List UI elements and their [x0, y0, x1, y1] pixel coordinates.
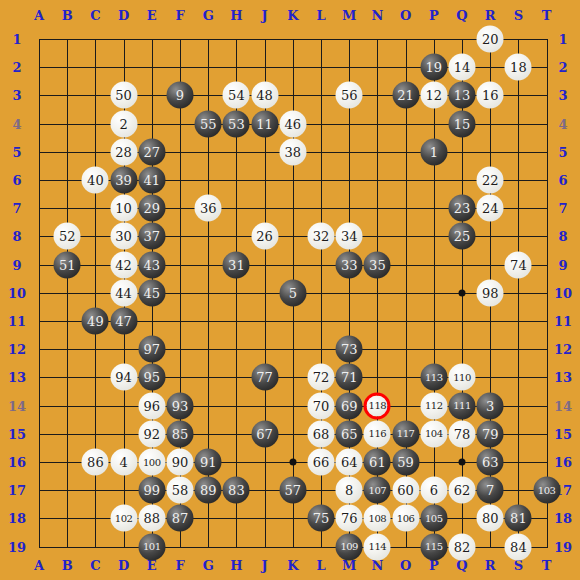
- move-number: 64: [341, 456, 358, 469]
- white-stone-46[interactable]: 46: [279, 110, 306, 137]
- white-stone-96[interactable]: 96: [138, 392, 165, 419]
- column-label-bottom: H: [230, 558, 242, 573]
- move-number: 38: [285, 145, 302, 158]
- white-stone-104[interactable]: 104: [420, 420, 447, 447]
- move-number: 85: [172, 427, 189, 440]
- hoshi-point: [289, 459, 296, 466]
- move-number: 54: [228, 89, 245, 102]
- black-stone-107[interactable]: 107: [364, 477, 391, 504]
- row-label-right: 8: [558, 229, 567, 244]
- black-stone-37[interactable]: 37: [138, 223, 165, 250]
- column-label-top: O: [400, 7, 411, 22]
- white-stone-76[interactable]: 76: [336, 505, 363, 532]
- row-label-left: 19: [8, 539, 26, 554]
- column-label-top: D: [118, 7, 129, 22]
- move-number: 69: [341, 399, 358, 412]
- column-label-bottom: D: [118, 558, 129, 573]
- black-stone-97[interactable]: 97: [138, 336, 165, 363]
- move-number: 61: [369, 456, 386, 469]
- move-number: 79: [482, 427, 499, 440]
- row-label-left: 6: [12, 173, 21, 188]
- column-label-top: P: [429, 7, 439, 22]
- move-number: 99: [144, 484, 161, 497]
- move-number: 101: [143, 542, 161, 552]
- column-label-bottom: B: [62, 558, 73, 573]
- white-stone-44[interactable]: 44: [110, 279, 137, 306]
- black-stone-99[interactable]: 99: [138, 477, 165, 504]
- move-number: 55: [200, 117, 217, 130]
- column-label-top: C: [90, 7, 100, 22]
- move-number: 50: [115, 89, 132, 102]
- move-number: 102: [115, 513, 133, 523]
- move-number: 100: [143, 457, 161, 467]
- white-stone-40[interactable]: 40: [82, 167, 109, 194]
- white-stone-6[interactable]: 6: [420, 477, 447, 504]
- move-number: 59: [397, 456, 414, 469]
- move-number: 63: [482, 456, 499, 469]
- white-stone-90[interactable]: 90: [167, 449, 194, 476]
- move-number: 25: [454, 230, 471, 243]
- column-label-bottom: K: [287, 558, 298, 573]
- move-number: 29: [144, 202, 161, 215]
- black-stone-19[interactable]: 19: [420, 54, 447, 81]
- move-number: 73: [341, 343, 358, 356]
- move-number: 16: [482, 89, 499, 102]
- white-stone-30[interactable]: 30: [110, 223, 137, 250]
- white-stone-62[interactable]: 62: [449, 477, 476, 504]
- black-stone-73[interactable]: 73: [336, 336, 363, 363]
- white-stone-14[interactable]: 14: [449, 54, 476, 81]
- white-stone-16[interactable]: 16: [477, 82, 504, 109]
- black-stone-59[interactable]: 59: [392, 449, 419, 476]
- white-stone-92[interactable]: 92: [138, 420, 165, 447]
- row-label-right: 16: [554, 455, 572, 470]
- move-number: 42: [115, 258, 132, 271]
- white-stone-54[interactable]: 54: [223, 82, 250, 109]
- white-stone-24[interactable]: 24: [477, 195, 504, 222]
- move-number: 71: [341, 371, 358, 384]
- move-number: 113: [425, 372, 443, 382]
- black-stone-7[interactable]: 7: [477, 477, 504, 504]
- move-number: 49: [87, 315, 104, 328]
- move-number: 12: [426, 89, 443, 102]
- move-number: 2: [119, 117, 127, 130]
- black-stone-5[interactable]: 5: [279, 279, 306, 306]
- white-stone-100[interactable]: 100: [138, 449, 165, 476]
- black-stone-27[interactable]: 27: [138, 138, 165, 165]
- row-label-left: 12: [8, 342, 26, 357]
- column-label-top: F: [175, 7, 184, 22]
- go-board[interactable]: AABBCCDDEEFFGGHHJJKKLLMMNNOOPPQQRRSSTT11…: [0, 0, 580, 580]
- move-number: 60: [397, 484, 414, 497]
- black-stone-101[interactable]: 101: [138, 533, 165, 560]
- move-number: 103: [538, 485, 556, 495]
- move-number: 46: [285, 117, 302, 130]
- move-number: 97: [144, 343, 161, 356]
- black-stone-83[interactable]: 83: [223, 477, 250, 504]
- column-label-top: B: [62, 7, 73, 22]
- move-number: 19: [426, 61, 443, 74]
- black-stone-71[interactable]: 71: [336, 364, 363, 391]
- black-stone-11[interactable]: 11: [251, 110, 278, 137]
- white-stone-72[interactable]: 72: [308, 364, 335, 391]
- move-number: 83: [228, 484, 245, 497]
- move-number: 13: [454, 89, 471, 102]
- move-number: 37: [144, 230, 161, 243]
- white-stone-22[interactable]: 22: [477, 167, 504, 194]
- move-number: 84: [510, 540, 527, 553]
- move-number: 107: [369, 485, 387, 495]
- white-stone-38[interactable]: 38: [279, 138, 306, 165]
- row-label-left: 5: [12, 144, 21, 159]
- move-number: 86: [87, 456, 104, 469]
- white-stone-88[interactable]: 88: [138, 505, 165, 532]
- move-number: 74: [510, 258, 527, 271]
- row-label-right: 13: [554, 370, 572, 385]
- column-label-top: R: [485, 7, 496, 22]
- move-number: 87: [172, 512, 189, 525]
- column-label-top: M: [342, 7, 356, 22]
- move-number: 11: [256, 117, 273, 130]
- black-stone-49[interactable]: 49: [82, 308, 109, 335]
- black-stone-95[interactable]: 95: [138, 364, 165, 391]
- black-stone-31[interactable]: 31: [223, 251, 250, 278]
- black-stone-111[interactable]: 111: [449, 392, 476, 419]
- white-stone-60[interactable]: 60: [392, 477, 419, 504]
- black-stone-9[interactable]: 9: [167, 82, 194, 109]
- black-stone-79[interactable]: 79: [477, 420, 504, 447]
- column-label-top: G: [203, 7, 214, 22]
- move-number: 111: [453, 401, 471, 411]
- white-stone-34[interactable]: 34: [336, 223, 363, 250]
- column-label-bottom: A: [34, 558, 44, 573]
- move-number: 106: [397, 513, 415, 523]
- black-stone-33[interactable]: 33: [336, 251, 363, 278]
- move-number: 70: [313, 399, 330, 412]
- move-number: 20: [482, 33, 499, 46]
- row-label-left: 3: [12, 88, 21, 103]
- move-number: 109: [340, 542, 358, 552]
- column-label-bottom: R: [485, 558, 496, 573]
- move-number: 10: [115, 202, 132, 215]
- white-stone-48[interactable]: 48: [251, 82, 278, 109]
- move-number: 41: [144, 174, 161, 187]
- move-number: 5: [289, 286, 297, 299]
- move-number: 31: [228, 258, 245, 271]
- white-stone-10[interactable]: 10: [110, 195, 137, 222]
- black-stone-47[interactable]: 47: [110, 308, 137, 335]
- move-number: 82: [454, 540, 471, 553]
- move-number: 6: [430, 484, 438, 497]
- row-label-left: 7: [12, 201, 21, 216]
- move-number: 43: [144, 258, 161, 271]
- white-stone-32[interactable]: 32: [308, 223, 335, 250]
- white-stone-42[interactable]: 42: [110, 251, 137, 278]
- column-label-top: J: [262, 7, 268, 22]
- row-label-left: 11: [8, 314, 26, 329]
- black-stone-117[interactable]: 117: [392, 420, 419, 447]
- move-number: 22: [482, 174, 499, 187]
- move-number: 28: [115, 145, 132, 158]
- white-stone-74[interactable]: 74: [505, 251, 532, 278]
- move-number: 32: [313, 230, 330, 243]
- row-label-left: 17: [8, 483, 26, 498]
- column-label-bottom: C: [90, 558, 100, 573]
- white-stone-106[interactable]: 106: [392, 505, 419, 532]
- move-number: 78: [454, 427, 471, 440]
- column-label-bottom: F: [175, 558, 184, 573]
- row-label-left: 4: [12, 116, 21, 131]
- move-number: 23: [454, 202, 471, 215]
- row-label-left: 18: [8, 511, 26, 526]
- row-label-right: 19: [554, 539, 572, 554]
- row-label-right: 4: [558, 116, 567, 131]
- move-number: 108: [369, 513, 387, 523]
- row-label-right: 10: [554, 285, 572, 300]
- move-number: 8: [345, 484, 353, 497]
- black-stone-25[interactable]: 25: [449, 223, 476, 250]
- move-number: 21: [397, 89, 414, 102]
- grid-line-horizontal: [39, 349, 548, 350]
- row-label-right: 14: [554, 398, 572, 413]
- white-stone-108[interactable]: 108: [364, 505, 391, 532]
- row-label-right: 15: [554, 426, 572, 441]
- white-stone-18[interactable]: 18: [505, 54, 532, 81]
- move-number: 48: [256, 89, 273, 102]
- move-number: 95: [144, 371, 161, 384]
- row-label-right: 11: [554, 314, 572, 329]
- move-number: 40: [87, 174, 104, 187]
- row-label-left: 13: [8, 370, 26, 385]
- white-stone-94[interactable]: 94: [110, 364, 137, 391]
- white-stone-52[interactable]: 52: [54, 223, 81, 250]
- move-number: 76: [341, 512, 358, 525]
- white-stone-110[interactable]: 110: [449, 364, 476, 391]
- white-stone-68[interactable]: 68: [308, 420, 335, 447]
- column-label-top: N: [371, 7, 383, 22]
- column-label-bottom: L: [316, 558, 325, 573]
- white-stone-4[interactable]: 4: [110, 449, 137, 476]
- move-number: 98: [482, 286, 499, 299]
- column-label-top: A: [34, 7, 44, 22]
- move-number: 7: [486, 484, 494, 497]
- black-stone-35[interactable]: 35: [364, 251, 391, 278]
- move-number: 88: [144, 512, 161, 525]
- column-label-top: T: [542, 7, 552, 22]
- move-number: 57: [285, 484, 302, 497]
- white-stone-50[interactable]: 50: [110, 82, 137, 109]
- move-number: 56: [341, 89, 358, 102]
- row-label-right: 2: [558, 60, 567, 75]
- column-label-bottom: J: [262, 558, 268, 573]
- black-stone-85[interactable]: 85: [167, 420, 194, 447]
- row-label-right: 1: [558, 32, 567, 47]
- move-number: 44: [115, 286, 132, 299]
- white-stone-2[interactable]: 2: [110, 110, 137, 137]
- move-number: 3: [486, 399, 494, 412]
- white-stone-56[interactable]: 56: [336, 82, 363, 109]
- move-number: 114: [369, 542, 387, 552]
- row-label-left: 2: [12, 60, 21, 75]
- white-stone-114[interactable]: 114: [364, 533, 391, 560]
- black-stone-53[interactable]: 53: [223, 110, 250, 137]
- white-stone-58[interactable]: 58: [167, 477, 194, 504]
- row-label-left: 9: [12, 257, 21, 272]
- black-stone-57[interactable]: 57: [279, 477, 306, 504]
- move-number: 35: [369, 258, 386, 271]
- row-label-right: 3: [558, 88, 567, 103]
- move-number: 14: [454, 61, 471, 74]
- move-number: 53: [228, 117, 245, 130]
- black-stone-113[interactable]: 113: [420, 364, 447, 391]
- grid-line-vertical: [547, 39, 548, 548]
- move-number: 58: [172, 484, 189, 497]
- column-label-bottom: O: [400, 558, 411, 573]
- white-stone-78[interactable]: 78: [449, 420, 476, 447]
- black-stone-103[interactable]: 103: [533, 477, 560, 504]
- black-stone-43[interactable]: 43: [138, 251, 165, 278]
- column-label-top: E: [147, 7, 157, 22]
- row-label-left: 16: [8, 455, 26, 470]
- white-stone-80[interactable]: 80: [477, 505, 504, 532]
- move-number: 115: [425, 542, 443, 552]
- move-number: 67: [256, 427, 273, 440]
- move-number: 51: [59, 258, 76, 271]
- black-stone-87[interactable]: 87: [167, 505, 194, 532]
- white-stone-64[interactable]: 64: [336, 449, 363, 476]
- row-label-left: 15: [8, 426, 26, 441]
- black-stone-115[interactable]: 115: [420, 533, 447, 560]
- white-stone-98[interactable]: 98: [477, 279, 504, 306]
- move-number: 30: [115, 230, 132, 243]
- white-stone-66[interactable]: 66: [308, 449, 335, 476]
- black-stone-93[interactable]: 93: [167, 392, 194, 419]
- black-stone-39[interactable]: 39: [110, 167, 137, 194]
- move-number: 9: [176, 89, 184, 102]
- column-label-top: L: [316, 7, 325, 22]
- hoshi-point: [459, 289, 466, 296]
- move-number: 72: [313, 371, 330, 384]
- white-stone-112[interactable]: 112: [420, 392, 447, 419]
- black-stone-29[interactable]: 29: [138, 195, 165, 222]
- black-stone-41[interactable]: 41: [138, 167, 165, 194]
- move-number: 118: [369, 401, 387, 411]
- white-stone-28[interactable]: 28: [110, 138, 137, 165]
- move-number: 45: [144, 286, 161, 299]
- column-label-top: H: [230, 7, 242, 22]
- black-stone-3[interactable]: 3: [477, 392, 504, 419]
- black-stone-1[interactable]: 1: [420, 138, 447, 165]
- white-stone-36[interactable]: 36: [195, 195, 222, 222]
- move-number: 52: [59, 230, 76, 243]
- white-stone-82[interactable]: 82: [449, 533, 476, 560]
- move-number: 81: [510, 512, 527, 525]
- move-number: 91: [200, 456, 217, 469]
- move-number: 1: [430, 145, 438, 158]
- black-stone-109[interactable]: 109: [336, 533, 363, 560]
- white-stone-86[interactable]: 86: [82, 449, 109, 476]
- move-number: 68: [313, 427, 330, 440]
- black-stone-61[interactable]: 61: [364, 449, 391, 476]
- move-number: 26: [256, 230, 273, 243]
- move-number: 47: [115, 315, 132, 328]
- column-label-top: S: [514, 7, 523, 22]
- grid-line-vertical: [434, 39, 435, 548]
- black-stone-21[interactable]: 21: [392, 82, 419, 109]
- row-label-left: 14: [8, 398, 26, 413]
- move-number: 65: [341, 427, 358, 440]
- white-stone-116[interactable]: 116: [364, 420, 391, 447]
- black-stone-89[interactable]: 89: [195, 477, 222, 504]
- white-stone-20[interactable]: 20: [477, 26, 504, 53]
- black-stone-91[interactable]: 91: [195, 449, 222, 476]
- black-stone-55[interactable]: 55: [195, 110, 222, 137]
- black-stone-51[interactable]: 51: [54, 251, 81, 278]
- row-label-left: 8: [12, 229, 21, 244]
- black-stone-67[interactable]: 67: [251, 420, 278, 447]
- white-stone-8[interactable]: 8: [336, 477, 363, 504]
- white-stone-12[interactable]: 12: [420, 82, 447, 109]
- black-stone-75[interactable]: 75: [308, 505, 335, 532]
- move-number: 112: [425, 401, 443, 411]
- move-number: 77: [256, 371, 273, 384]
- white-stone-26[interactable]: 26: [251, 223, 278, 250]
- black-stone-65[interactable]: 65: [336, 420, 363, 447]
- row-label-left: 1: [12, 32, 21, 47]
- move-number: 18: [510, 61, 527, 74]
- white-stone-70[interactable]: 70: [308, 392, 335, 419]
- move-number: 80: [482, 512, 499, 525]
- black-stone-105[interactable]: 105: [420, 505, 447, 532]
- row-label-right: 12: [554, 342, 572, 357]
- row-label-right: 9: [558, 257, 567, 272]
- black-stone-63[interactable]: 63: [477, 449, 504, 476]
- black-stone-69[interactable]: 69: [336, 392, 363, 419]
- move-number: 90: [172, 456, 189, 469]
- row-label-right: 6: [558, 173, 567, 188]
- move-number: 117: [397, 429, 415, 439]
- white-stone-102[interactable]: 102: [110, 505, 137, 532]
- move-number: 110: [453, 372, 471, 382]
- move-number: 66: [313, 456, 330, 469]
- column-label-top: Q: [456, 7, 467, 22]
- column-label-top: K: [287, 7, 298, 22]
- move-number: 94: [115, 371, 132, 384]
- move-number: 34: [341, 230, 358, 243]
- move-number: 4: [119, 456, 127, 469]
- row-label-right: 18: [554, 511, 572, 526]
- move-number: 62: [454, 484, 471, 497]
- white-stone-84[interactable]: 84: [505, 533, 532, 560]
- black-stone-15[interactable]: 15: [449, 110, 476, 137]
- black-stone-81[interactable]: 81: [505, 505, 532, 532]
- row-label-left: 10: [8, 285, 26, 300]
- black-stone-77[interactable]: 77: [251, 364, 278, 391]
- column-label-bottom: T: [542, 558, 552, 573]
- white-stone-118-last-move[interactable]: 118: [364, 392, 391, 419]
- move-number: 24: [482, 202, 499, 215]
- move-number: 93: [172, 399, 189, 412]
- black-stone-13[interactable]: 13: [449, 82, 476, 109]
- move-number: 92: [144, 427, 161, 440]
- row-label-right: 5: [558, 144, 567, 159]
- move-number: 39: [115, 174, 132, 187]
- move-number: 96: [144, 399, 161, 412]
- hoshi-point: [459, 459, 466, 466]
- black-stone-45[interactable]: 45: [138, 279, 165, 306]
- black-stone-23[interactable]: 23: [449, 195, 476, 222]
- grid-line-vertical: [518, 39, 519, 548]
